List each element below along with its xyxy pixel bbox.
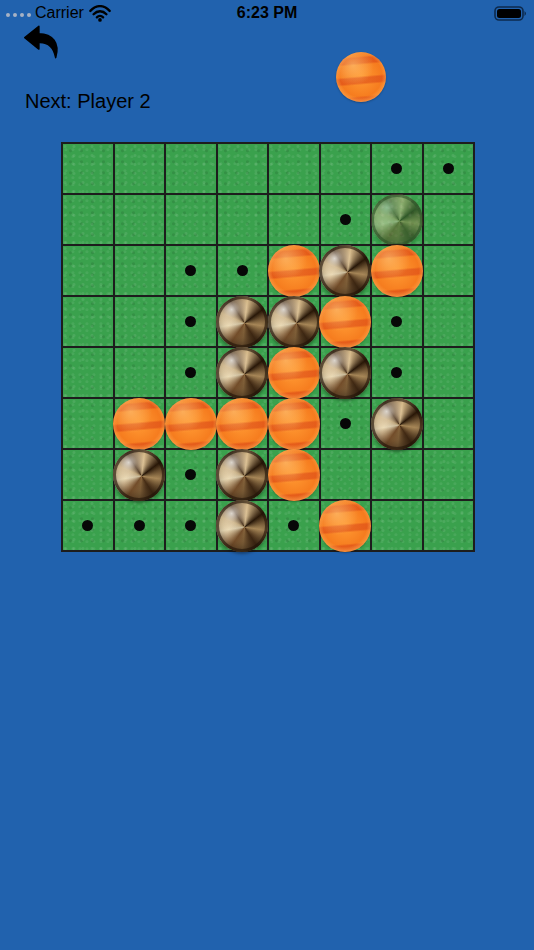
board-cell-h4 (424, 297, 474, 346)
next-player-piece-indicator (336, 52, 386, 102)
board-cell-e4 (269, 297, 319, 346)
board-cell-b3 (115, 246, 165, 295)
app-screen: Carrier 6:23 PM Next: Pl (0, 0, 534, 950)
board-cell-c1 (166, 144, 216, 193)
board-cell-b4 (115, 297, 165, 346)
board-cell-f3 (321, 246, 371, 295)
board-cell-h8 (424, 501, 474, 550)
legal-move-dot[interactable] (391, 367, 402, 378)
board-cell-g5[interactable] (372, 348, 422, 397)
board-cell-f1 (321, 144, 371, 193)
board-cell-g7 (372, 450, 422, 499)
board-cell-a8[interactable] (63, 501, 113, 550)
board-cell-h5 (424, 348, 474, 397)
legal-move-dot[interactable] (185, 520, 196, 531)
board-cell-d4 (218, 297, 268, 346)
battery-icon (494, 6, 528, 21)
board-cell-d8 (218, 501, 268, 550)
clock-label: 6:23 PM (0, 4, 534, 22)
legal-move-dot[interactable] (185, 469, 196, 480)
dark-piece (216, 296, 268, 348)
board-cell-e2 (269, 195, 319, 244)
board-cell-h6 (424, 399, 474, 448)
board-cell-a3 (63, 246, 113, 295)
board-cell-b7 (115, 450, 165, 499)
dark-piece (268, 296, 320, 348)
board-cell-d2 (218, 195, 268, 244)
legal-move-dot[interactable] (185, 265, 196, 276)
board-cell-d7 (218, 450, 268, 499)
board-cell-h7 (424, 450, 474, 499)
board-cell-c7[interactable] (166, 450, 216, 499)
dark-piece (216, 449, 268, 501)
board-cell-b6 (115, 399, 165, 448)
board-cell-c6 (166, 399, 216, 448)
board-cell-c2 (166, 195, 216, 244)
dark-piece (113, 449, 165, 501)
board-cell-a2 (63, 195, 113, 244)
board-cell-f8 (321, 501, 371, 550)
legal-move-dot[interactable] (391, 316, 402, 327)
board-cell-h1[interactable] (424, 144, 474, 193)
board-cell-d3[interactable] (218, 246, 268, 295)
legal-move-dot[interactable] (391, 163, 402, 174)
board-cell-b2 (115, 195, 165, 244)
ghost-dark-piece (371, 194, 423, 246)
board-cell-b1 (115, 144, 165, 193)
board-cell-c5[interactable] (166, 348, 216, 397)
status-bar: Carrier 6:23 PM (0, 0, 534, 28)
board-cell-b5 (115, 348, 165, 397)
board-cell-e7 (269, 450, 319, 499)
board-cell-e5 (269, 348, 319, 397)
orange-piece (268, 245, 320, 297)
orange-piece (319, 296, 371, 348)
legal-move-dot[interactable] (82, 520, 93, 531)
board-cell-g2 (372, 195, 422, 244)
board-cell-g6 (372, 399, 422, 448)
board-cell-f5 (321, 348, 371, 397)
legal-move-dot[interactable] (340, 214, 351, 225)
orange-piece (216, 398, 268, 450)
orange-piece (268, 449, 320, 501)
dark-piece (216, 500, 268, 552)
board-cell-d1 (218, 144, 268, 193)
orange-piece (268, 347, 320, 399)
board-cell-g3 (372, 246, 422, 295)
board-cell-g1[interactable] (372, 144, 422, 193)
legal-move-dot[interactable] (134, 520, 145, 531)
board-cell-f2[interactable] (321, 195, 371, 244)
legal-move-dot[interactable] (443, 163, 454, 174)
board-cell-b8[interactable] (115, 501, 165, 550)
board-cell-f7 (321, 450, 371, 499)
dark-piece (216, 347, 268, 399)
orange-piece (371, 245, 423, 297)
legal-move-dot[interactable] (185, 316, 196, 327)
board-cell-a7 (63, 450, 113, 499)
board-cell-f6[interactable] (321, 399, 371, 448)
board-cell-d6 (218, 399, 268, 448)
board-cell-g4[interactable] (372, 297, 422, 346)
legal-move-dot[interactable] (288, 520, 299, 531)
board-cell-e1 (269, 144, 319, 193)
dark-piece (319, 347, 371, 399)
board-cell-c4[interactable] (166, 297, 216, 346)
legal-move-dot[interactable] (340, 418, 351, 429)
board-cell-a5 (63, 348, 113, 397)
board-cell-a4 (63, 297, 113, 346)
legal-move-dot[interactable] (185, 367, 196, 378)
board-cell-c8[interactable] (166, 501, 216, 550)
board-cell-d5 (218, 348, 268, 397)
board-cell-e3 (269, 246, 319, 295)
back-button[interactable] (22, 24, 62, 60)
board-cell-c3[interactable] (166, 246, 216, 295)
board-cell-g8 (372, 501, 422, 550)
back-arrow-icon (22, 24, 62, 60)
board-cell-e8[interactable] (269, 501, 319, 550)
orange-piece (268, 398, 320, 450)
board (61, 142, 475, 552)
legal-move-dot[interactable] (237, 265, 248, 276)
board-cell-h3 (424, 246, 474, 295)
next-player-label: Next: Player 2 (25, 90, 151, 113)
board-cell-h2 (424, 195, 474, 244)
dark-piece (371, 398, 423, 450)
board-cell-e6 (269, 399, 319, 448)
orange-piece (319, 500, 371, 552)
board-cell-a1 (63, 144, 113, 193)
orange-piece (165, 398, 217, 450)
board-cell-f4 (321, 297, 371, 346)
orange-piece (113, 398, 165, 450)
board-cell-a6 (63, 399, 113, 448)
dark-piece (319, 245, 371, 297)
